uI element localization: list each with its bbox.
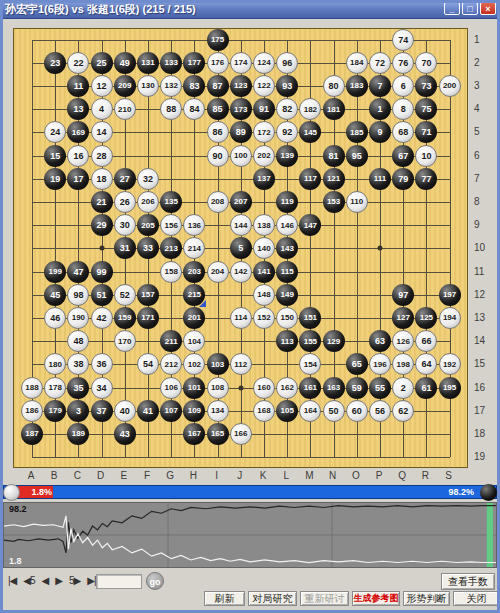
column-label: P <box>376 470 383 481</box>
stone-white-214: 214 <box>183 237 205 259</box>
stone-black-157: 157 <box>137 284 159 306</box>
row-label: 6 <box>474 149 480 160</box>
game-research-button[interactable]: 对局研究 <box>248 591 297 606</box>
stone-white-102: 102 <box>183 353 205 375</box>
stone-black-199: 199 <box>44 261 66 283</box>
stone-black-81: 81 <box>323 145 345 167</box>
action-buttons: 刷新 对局研究 重新研讨 生成参考图 形势判断 关闭 <box>204 591 500 606</box>
stone-black-103: 103 <box>207 353 229 375</box>
white-stone-icon <box>3 484 20 501</box>
stone-white-186: 186 <box>21 400 43 422</box>
stone-white-80: 80 <box>323 75 345 97</box>
row-label: 8 <box>474 195 480 206</box>
stone-black-165: 165 <box>207 423 229 445</box>
stone-white-112: 112 <box>230 353 252 375</box>
stone-white-134: 134 <box>207 400 229 422</box>
stone-black-213: 213 <box>160 237 182 259</box>
stone-white-124: 124 <box>253 52 275 74</box>
white-winrate-segment: 1.8% <box>18 486 53 498</box>
stone-black-47: 47 <box>67 261 89 283</box>
stone-black-71: 71 <box>415 121 437 143</box>
nav-last-button[interactable]: ▶| <box>87 575 95 586</box>
stone-black-21: 21 <box>91 191 113 213</box>
stone-black-211: 211 <box>160 330 182 352</box>
nav-first-button[interactable]: |◀ <box>8 575 16 586</box>
stone-black-215: 215 <box>183 284 205 306</box>
stone-white-18: 18 <box>91 168 113 190</box>
stone-white-212: 212 <box>160 353 182 375</box>
stone-black-151: 151 <box>299 307 321 329</box>
row-label: 5 <box>474 126 480 137</box>
stone-white-156: 156 <box>160 214 182 236</box>
column-label: O <box>352 470 360 481</box>
stone-black-93: 93 <box>276 75 298 97</box>
stone-white-16: 16 <box>67 145 89 167</box>
column-label: M <box>305 470 313 481</box>
stone-black-105: 105 <box>276 400 298 422</box>
stone-black-179: 179 <box>44 400 66 422</box>
go-button[interactable]: go <box>146 572 164 590</box>
column-label: S <box>445 470 452 481</box>
stone-black-145: 145 <box>299 121 321 143</box>
stone-black-203: 203 <box>183 261 205 283</box>
minimize-icon[interactable]: _ <box>444 2 460 15</box>
stone-black-133: 133 <box>160 52 182 74</box>
last-move-marker <box>199 300 206 307</box>
white-winrate-value: 1.8% <box>31 487 52 497</box>
stone-white-52: 52 <box>114 284 136 306</box>
move-number-input[interactable] <box>96 574 142 589</box>
stone-white-90: 90 <box>207 145 229 167</box>
column-label: H <box>190 470 197 481</box>
maximize-icon[interactable]: □ <box>462 2 478 15</box>
stone-white-176: 176 <box>207 52 229 74</box>
stone-black-79: 79 <box>392 168 414 190</box>
stone-white-160: 160 <box>253 377 275 399</box>
stone-white-152: 152 <box>253 307 275 329</box>
stone-white-170: 170 <box>114 330 136 352</box>
stone-black-127: 127 <box>392 307 414 329</box>
stone-black-29: 29 <box>91 214 113 236</box>
stone-white-114: 114 <box>230 307 252 329</box>
stone-black-91: 91 <box>253 98 275 120</box>
stone-black-115: 115 <box>276 261 298 283</box>
column-label: I <box>215 470 218 481</box>
stone-white-2: 2 <box>392 377 414 399</box>
stone-black-163: 163 <box>323 377 345 399</box>
stone-black-209: 209 <box>114 75 136 97</box>
go-board[interactable]: 1757423222549131133177176174124961847276… <box>13 28 468 468</box>
stone-black-149: 149 <box>276 284 298 306</box>
stone-white-206: 206 <box>137 191 159 213</box>
stone-white-158: 158 <box>160 261 182 283</box>
stone-white-14: 14 <box>91 121 113 143</box>
stone-white-208: 208 <box>207 191 229 213</box>
stone-black-205: 205 <box>137 214 159 236</box>
stone-white-204: 204 <box>207 261 229 283</box>
stone-white-62: 62 <box>392 400 414 422</box>
stone-black-7: 7 <box>369 75 391 97</box>
stone-white-4: 4 <box>91 98 113 120</box>
stone-black-167: 167 <box>183 423 205 445</box>
column-label: B <box>51 470 58 481</box>
stone-white-202: 202 <box>253 145 275 167</box>
stone-white-96: 96 <box>276 52 298 74</box>
stone-black-51: 51 <box>91 284 113 306</box>
column-label: J <box>237 470 242 481</box>
stone-white-132: 132 <box>160 75 182 97</box>
stone-black-33: 33 <box>137 237 159 259</box>
stone-black-131: 131 <box>137 52 159 74</box>
view-move-count-button[interactable]: 查看手数 <box>441 573 495 590</box>
stone-black-147: 147 <box>299 214 321 236</box>
stone-black-35: 35 <box>67 377 89 399</box>
graph-top-label: 98.2 <box>9 504 27 514</box>
stone-white-148: 148 <box>253 284 275 306</box>
stone-black-27: 27 <box>114 168 136 190</box>
row-label: 11 <box>474 265 484 276</box>
row-label: 13 <box>474 311 485 322</box>
row-label: 3 <box>474 79 480 90</box>
stone-black-85: 85 <box>207 98 229 120</box>
row-label: 2 <box>474 56 480 67</box>
stone-white-98: 98 <box>67 284 89 306</box>
stone-white-40: 40 <box>114 400 136 422</box>
stone-white-6: 6 <box>392 75 414 97</box>
column-label: K <box>260 470 267 481</box>
stone-white-24: 24 <box>44 121 66 143</box>
situation-judgement-button[interactable]: 形势判断 <box>403 591 450 606</box>
window-controls: _ □ × <box>444 2 496 15</box>
nav-back-button[interactable]: ◀ <box>42 575 49 586</box>
stone-black-11: 11 <box>67 75 89 97</box>
stone-white-130: 130 <box>137 75 159 97</box>
stone-white-174: 174 <box>230 52 252 74</box>
stone-black-143: 143 <box>276 237 298 259</box>
control-panel: |◀ ◀5 ◀ ▶ 5▶ ▶| go 查看手数 刷新 对局研究 重新研讨 生成参… <box>0 570 500 610</box>
stone-white-34: 34 <box>91 377 113 399</box>
stone-black-25: 25 <box>91 52 113 74</box>
stone-white-100: 100 <box>230 145 252 167</box>
column-label: F <box>144 470 150 481</box>
row-label: 15 <box>474 358 485 369</box>
row-label: 18 <box>474 427 485 438</box>
stone-white-108: 108 <box>207 377 229 399</box>
stone-white-48: 48 <box>67 330 89 352</box>
stone-black-23: 23 <box>44 52 66 74</box>
stone-white-22: 22 <box>67 52 89 74</box>
nav-forward-button[interactable]: ▶ <box>55 575 62 586</box>
stone-white-84: 84 <box>183 98 205 120</box>
stone-black-83: 83 <box>183 75 205 97</box>
stone-black-89: 89 <box>230 121 252 143</box>
star-point <box>378 246 383 251</box>
stone-black-111: 111 <box>369 168 391 190</box>
stone-white-86: 86 <box>207 121 229 143</box>
column-label: E <box>120 470 127 481</box>
graph-bottom-label: 1.8 <box>9 556 22 566</box>
stone-black-19: 19 <box>44 168 66 190</box>
stone-black-125: 125 <box>415 307 437 329</box>
stone-white-172: 172 <box>253 121 275 143</box>
stone-black-59: 59 <box>346 377 368 399</box>
stone-white-56: 56 <box>369 400 391 422</box>
stone-black-119: 119 <box>276 191 298 213</box>
stone-black-67: 67 <box>392 145 414 167</box>
winrate-graph[interactable]: 98.2 1.8 <box>3 502 497 568</box>
stone-white-184: 184 <box>346 52 368 74</box>
stone-white-136: 136 <box>183 214 205 236</box>
winrate-bar: 1.8% 98.2% <box>3 485 497 499</box>
stone-white-188: 188 <box>21 377 43 399</box>
stone-white-12: 12 <box>91 75 113 97</box>
stone-white-194: 194 <box>439 307 461 329</box>
column-label: A <box>28 470 35 481</box>
stone-black-61: 61 <box>415 377 437 399</box>
row-label: 1 <box>474 33 480 44</box>
stone-white-82: 82 <box>276 98 298 120</box>
stone-black-137: 137 <box>253 168 275 190</box>
stone-black-9: 9 <box>369 121 391 143</box>
black-winrate-value: 98.2% <box>448 486 474 498</box>
stone-black-153: 153 <box>323 191 345 213</box>
stone-black-77: 77 <box>415 168 437 190</box>
stone-black-17: 17 <box>67 168 89 190</box>
generate-reference-button[interactable]: 生成参考图 <box>352 591 400 606</box>
stone-black-49: 49 <box>114 52 136 74</box>
stone-black-99: 99 <box>91 261 113 283</box>
stone-black-75: 75 <box>415 98 437 120</box>
grid-line <box>32 457 450 458</box>
stone-black-97: 97 <box>392 284 414 306</box>
row-label: 9 <box>474 219 480 230</box>
row-label: 16 <box>474 381 485 392</box>
stone-white-64: 64 <box>415 353 437 375</box>
stone-black-173: 173 <box>230 98 252 120</box>
stone-black-45: 45 <box>44 284 66 306</box>
stone-white-74: 74 <box>392 29 414 51</box>
stone-white-66: 66 <box>415 330 437 352</box>
stone-white-210: 210 <box>114 98 136 120</box>
stone-black-155: 155 <box>299 330 321 352</box>
stone-white-46: 46 <box>44 307 66 329</box>
stone-black-55: 55 <box>369 377 391 399</box>
stone-white-92: 92 <box>276 121 298 143</box>
stone-black-181: 181 <box>323 98 345 120</box>
stone-white-154: 154 <box>299 353 321 375</box>
stone-white-68: 68 <box>392 121 414 143</box>
stone-white-164: 164 <box>299 400 321 422</box>
stone-black-117: 117 <box>299 168 321 190</box>
stone-black-195: 195 <box>439 377 461 399</box>
stone-white-168: 168 <box>253 400 275 422</box>
stone-white-142: 142 <box>230 261 252 283</box>
stone-white-140: 140 <box>253 237 275 259</box>
stone-black-1: 1 <box>369 98 391 120</box>
stone-black-95: 95 <box>346 145 368 167</box>
stone-white-104: 104 <box>183 330 205 352</box>
stone-black-43: 43 <box>114 423 136 445</box>
stone-white-8: 8 <box>392 98 414 120</box>
refresh-button[interactable]: 刷新 <box>204 591 245 606</box>
row-label: 17 <box>474 404 485 415</box>
stone-black-169: 169 <box>67 121 89 143</box>
close-icon[interactable]: × <box>480 2 496 15</box>
stone-black-63: 63 <box>369 330 391 352</box>
stone-white-28: 28 <box>91 145 113 167</box>
stone-white-106: 106 <box>160 377 182 399</box>
stone-white-36: 36 <box>91 353 113 375</box>
stone-white-196: 196 <box>369 353 391 375</box>
stone-black-13: 13 <box>67 98 89 120</box>
stone-white-50: 50 <box>323 400 345 422</box>
black-stone-icon <box>480 484 497 501</box>
row-label: 7 <box>474 172 480 183</box>
stone-black-31: 31 <box>114 237 136 259</box>
stone-white-126: 126 <box>392 330 414 352</box>
app-window: 孙宏宇1(6段) vs 张超1(6段) (215 / 215) _ □ × 17… <box>0 0 500 613</box>
stone-black-107: 107 <box>160 400 182 422</box>
stone-white-42: 42 <box>91 307 113 329</box>
stone-black-185: 185 <box>346 121 368 143</box>
stone-black-129: 129 <box>323 330 345 352</box>
stone-white-198: 198 <box>392 353 414 375</box>
stone-black-159: 159 <box>114 307 136 329</box>
re-discuss-button[interactable]: 重新研讨 <box>300 591 349 606</box>
row-label: 14 <box>474 335 485 346</box>
column-label: R <box>422 470 429 481</box>
stone-black-139: 139 <box>276 145 298 167</box>
stone-black-5: 5 <box>230 237 252 259</box>
stone-black-113: 113 <box>276 330 298 352</box>
stone-white-190: 190 <box>67 307 89 329</box>
column-label: C <box>74 470 81 481</box>
stone-white-88: 88 <box>160 98 182 120</box>
stone-black-197: 197 <box>439 284 461 306</box>
stone-white-72: 72 <box>369 52 391 74</box>
stone-white-54: 54 <box>137 353 159 375</box>
stone-black-73: 73 <box>415 75 437 97</box>
title-bar[interactable]: 孙宏宇1(6段) vs 张超1(6段) (215 / 215) _ □ × <box>0 0 500 19</box>
stone-white-150: 150 <box>276 307 298 329</box>
stone-white-182: 182 <box>299 98 321 120</box>
stone-white-32: 32 <box>137 168 159 190</box>
stone-black-175: 175 <box>207 29 229 51</box>
stone-white-30: 30 <box>114 214 136 236</box>
nav-forward5-button[interactable]: 5▶ <box>69 575 80 586</box>
stone-black-37: 37 <box>91 400 113 422</box>
stone-white-146: 146 <box>276 214 298 236</box>
stone-black-201: 201 <box>183 307 205 329</box>
stone-white-122: 122 <box>253 75 275 97</box>
stone-white-144: 144 <box>230 214 252 236</box>
stone-white-162: 162 <box>276 377 298 399</box>
row-label: 4 <box>474 103 480 114</box>
stone-black-65: 65 <box>346 353 368 375</box>
stone-white-200: 200 <box>439 75 461 97</box>
nav-back5-button[interactable]: ◀5 <box>23 575 34 586</box>
close-game-button[interactable]: 关闭 <box>453 591 500 606</box>
stone-black-177: 177 <box>183 52 205 74</box>
stone-black-187: 187 <box>21 423 43 445</box>
stone-white-138: 138 <box>253 214 275 236</box>
stone-white-166: 166 <box>230 423 252 445</box>
window-title: 孙宏宇1(6段) vs 张超1(6段) (215 / 215) <box>0 2 196 17</box>
stone-black-135: 135 <box>160 191 182 213</box>
stone-black-207: 207 <box>230 191 252 213</box>
column-label: Q <box>398 470 406 481</box>
stone-white-192: 192 <box>439 353 461 375</box>
stone-black-109: 109 <box>183 400 205 422</box>
stone-white-180: 180 <box>44 353 66 375</box>
column-label: N <box>329 470 336 481</box>
stone-black-87: 87 <box>207 75 229 97</box>
stone-white-110: 110 <box>346 191 368 213</box>
move-navigation: |◀ ◀5 ◀ ▶ 5▶ ▶| <box>8 575 96 586</box>
stone-black-41: 41 <box>137 400 159 422</box>
stone-black-15: 15 <box>44 145 66 167</box>
column-label: L <box>283 470 289 481</box>
stone-white-178: 178 <box>44 377 66 399</box>
stone-black-161: 161 <box>299 377 321 399</box>
stone-black-171: 171 <box>137 307 159 329</box>
stone-white-60: 60 <box>346 400 368 422</box>
stone-black-123: 123 <box>230 75 252 97</box>
stone-white-76: 76 <box>392 52 414 74</box>
stone-black-101: 101 <box>183 377 205 399</box>
stone-black-3: 3 <box>67 400 89 422</box>
row-label: 19 <box>474 451 485 462</box>
stone-black-189: 189 <box>67 423 89 445</box>
row-label: 10 <box>474 242 485 253</box>
column-label: G <box>166 470 174 481</box>
stone-white-38: 38 <box>67 353 89 375</box>
column-label: D <box>97 470 104 481</box>
star-point <box>238 385 243 390</box>
row-label: 12 <box>474 288 485 299</box>
stone-white-10: 10 <box>415 145 437 167</box>
stone-black-141: 141 <box>253 261 275 283</box>
winrate-graph-plot <box>4 503 496 567</box>
stone-black-183: 183 <box>346 75 368 97</box>
stone-white-70: 70 <box>415 52 437 74</box>
star-point <box>99 246 104 251</box>
stone-white-26: 26 <box>114 191 136 213</box>
stone-black-121: 121 <box>323 168 345 190</box>
